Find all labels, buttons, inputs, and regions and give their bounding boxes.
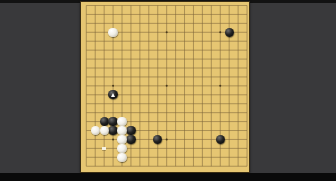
- bottom-toolbar: [0, 173, 336, 181]
- star-point-K4: [166, 138, 168, 140]
- star-point-Q10: [219, 85, 221, 87]
- stone-white-E6: [117, 117, 126, 126]
- stone-white-D16: [108, 28, 117, 37]
- stone-white-C5: [100, 126, 109, 135]
- board-grid: [81, 2, 250, 173]
- go-board[interactable]: [80, 1, 250, 173]
- star-point-D4: [112, 138, 114, 140]
- star-point-Q16: [219, 31, 221, 33]
- stone-white-E4: [117, 135, 126, 144]
- star-point-D10: [112, 85, 114, 87]
- star-point-K10: [166, 85, 168, 87]
- stone-black-C6: [100, 117, 109, 126]
- stone-white-B5: [91, 126, 100, 135]
- stone-black-F4: [126, 135, 135, 144]
- stone-white-E5: [117, 126, 126, 135]
- app-window: [0, 0, 336, 181]
- stone-black-D6: [108, 117, 117, 126]
- star-point-K16: [166, 31, 168, 33]
- stone-black-R16: [225, 28, 234, 37]
- stone-black-F5: [126, 126, 135, 135]
- square-marker-C3: [102, 147, 106, 151]
- stone-black-Q4: [216, 135, 225, 144]
- stone-black-D5: [108, 126, 117, 135]
- stone-white-E2: [117, 153, 126, 162]
- stone-white-E3: [117, 144, 126, 153]
- triangle-marker-D9: [111, 93, 115, 97]
